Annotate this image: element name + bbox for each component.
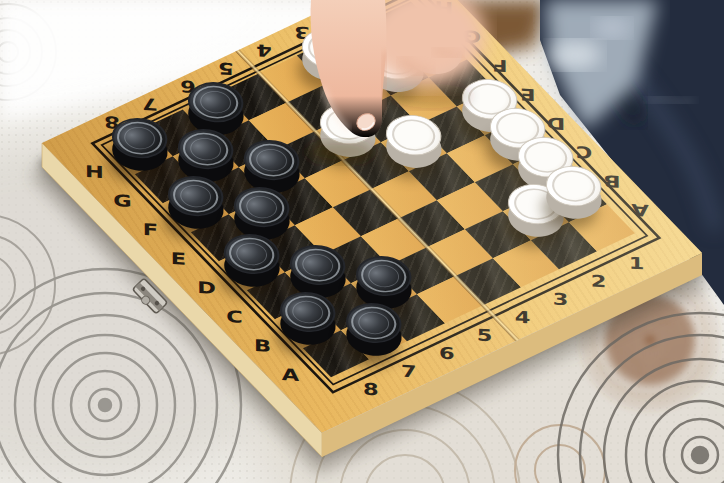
hand-layer (0, 0, 724, 483)
finger-shadow (306, 141, 374, 163)
scene-photo: HHGGFFEEDDCCBBAA8877665544332211 (0, 0, 724, 483)
index-finger[interactable] (311, 0, 387, 137)
